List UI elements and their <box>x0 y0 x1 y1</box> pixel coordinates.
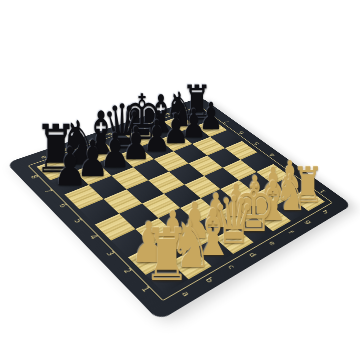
chess-set-photo: 8877665544332211aabbccddeeffgghh ♜♞♝♛♚♝♞… <box>0 0 360 360</box>
rank-label-right-4: 4 <box>268 153 276 157</box>
piece-black-pawn-a7[interactable]: ♟ <box>52 140 86 193</box>
rank-label-left-7: 7 <box>42 188 52 194</box>
rank-label-left-4: 4 <box>87 234 98 241</box>
rank-label-right-7: 7 <box>223 120 231 124</box>
rank-label-left-5: 5 <box>71 218 82 224</box>
rank-label-right-5: 5 <box>252 142 260 146</box>
rank-label-left-3: 3 <box>103 251 114 258</box>
rank-label-right-6: 6 <box>237 131 245 135</box>
rank-label-left-6: 6 <box>56 203 66 209</box>
piece-gold-rook-a1[interactable]: ♜ <box>144 219 191 291</box>
